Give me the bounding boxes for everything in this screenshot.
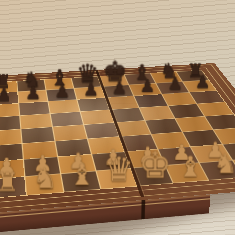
square-c3 bbox=[56, 139, 91, 156]
square-b2: ♟ bbox=[24, 157, 60, 176]
piece-white-knight: ♞ bbox=[33, 165, 58, 193]
square-a5 bbox=[0, 116, 20, 131]
square-b5 bbox=[20, 114, 52, 129]
piece-black-knight: ♞ bbox=[160, 62, 178, 82]
piece-black-knight: ♞ bbox=[22, 70, 41, 91]
square-c2: ♟ bbox=[58, 154, 95, 173]
piece-black-queen: ♛ bbox=[76, 62, 98, 87]
piece-black-king: ♚ bbox=[103, 58, 128, 86]
photo-wooden-chess-set: { "game": "chess", "scene": { "descripti… bbox=[0, 0, 235, 235]
piece-black-rook: ♜ bbox=[0, 73, 12, 92]
square-h4 bbox=[205, 115, 235, 130]
square-d2: ♟ bbox=[92, 152, 130, 171]
square-a1: ♜ bbox=[0, 177, 26, 198]
square-d5 bbox=[81, 110, 114, 125]
square-b1: ♞ bbox=[25, 174, 63, 195]
piece-black-bishop: ♝ bbox=[50, 67, 69, 89]
square-b3 bbox=[23, 141, 57, 159]
square-c1: ♝ bbox=[61, 171, 100, 192]
scene: ♜♞♝♛♚♝♞♜♟♟♟♟♟♟♟♟♟♟♟♟♟♟♟♟♜♞♝♛♚♝♞♜ bbox=[0, 0, 235, 235]
piece-black-bishop: ♝ bbox=[133, 62, 152, 83]
square-h6 bbox=[190, 91, 224, 104]
square-d3 bbox=[88, 137, 124, 154]
piece-black-rook: ♜ bbox=[187, 62, 203, 80]
chess-board-box: ♜♞♝♛♚♝♞♜♟♟♟♟♟♟♟♟♟♟♟♟♟♟♟♟♜♞♝♛♚♝♞♜ bbox=[0, 63, 235, 215]
square-g4 bbox=[175, 117, 212, 132]
square-c5 bbox=[51, 112, 83, 127]
box-front-seam bbox=[141, 200, 145, 220]
square-f3 bbox=[152, 132, 190, 149]
